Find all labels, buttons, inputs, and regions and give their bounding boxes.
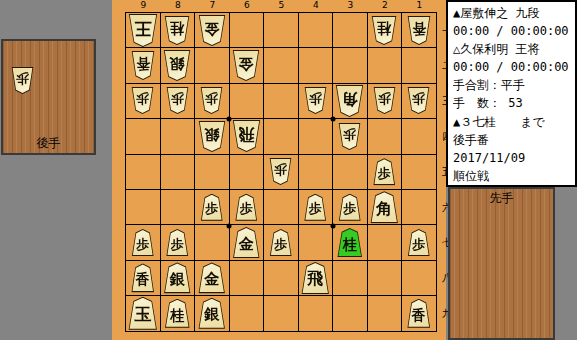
square-9-5[interactable] (126, 155, 160, 189)
square-4-9[interactable] (299, 296, 333, 330)
square-1-2[interactable] (402, 48, 436, 82)
file-label-8: 8 (161, 0, 196, 11)
square-3-8[interactable] (333, 261, 367, 295)
square-1-9[interactable]: 香 (402, 296, 436, 330)
square-3-7[interactable]: 桂 (333, 225, 367, 259)
sente-金-piece[interactable]: 金 (198, 262, 226, 293)
gote-桂-piece[interactable]: 桂 (371, 16, 397, 45)
gote-金-piece[interactable]: 金 (198, 15, 226, 46)
square-7-6[interactable]: 歩 (195, 190, 229, 224)
sente-clock: 00:00 / 00:00:00 (453, 22, 575, 40)
piece-kanji: 歩 (171, 93, 184, 106)
square-2-1[interactable]: 桂 (368, 13, 402, 47)
piece-kanji: 歩 (412, 238, 425, 251)
square-3-4[interactable]: 歩 (333, 119, 367, 153)
gote-歩-piece[interactable]: 歩 (166, 87, 189, 114)
square-7-8[interactable]: 金 (195, 261, 229, 295)
sente-captured-tray: 先手 (448, 187, 555, 340)
square-7-3[interactable]: 歩 (195, 84, 229, 118)
square-9-2[interactable]: 香 (126, 48, 160, 82)
square-8-1[interactable]: 桂 (161, 13, 195, 47)
gote-歩-piece[interactable]: 歩 (373, 87, 396, 114)
square-9-6[interactable] (126, 190, 160, 224)
sente-玉-piece[interactable]: 玉 (128, 297, 158, 330)
date-line: 2017/11/09 (453, 149, 575, 167)
sente-角-piece[interactable]: 角 (370, 191, 399, 223)
file-label-6: 6 (230, 0, 265, 11)
piece-kanji: 桂 (343, 237, 357, 251)
square-5-6[interactable] (264, 190, 298, 224)
sente-歩-piece[interactable]: 歩 (304, 194, 327, 221)
square-9-3[interactable]: 歩 (126, 84, 160, 118)
piece-kanji: 銀 (204, 127, 219, 142)
sente-飛-piece[interactable]: 飛 (301, 262, 330, 294)
square-5-8[interactable] (264, 261, 298, 295)
piece-kanji: 歩 (136, 93, 149, 106)
square-6-3[interactable] (230, 84, 264, 118)
square-1-4[interactable] (402, 119, 436, 153)
gote-clock: 00:00 / 00:00:00 (453, 58, 575, 76)
square-2-3[interactable]: 歩 (368, 84, 402, 118)
square-8-9[interactable]: 桂 (161, 296, 195, 330)
square-2-5[interactable]: 歩 (368, 155, 402, 189)
square-2-7[interactable] (368, 225, 402, 259)
square-8-4[interactable] (161, 119, 195, 153)
piece-kanji: 金 (239, 237, 254, 252)
board-grid: 王桂金桂香香銀金歩歩歩歩角歩歩銀飛歩歩歩歩歩歩歩角歩歩金歩桂歩香銀金飛玉桂銀香 (125, 12, 437, 332)
move-count-line: 手 数： 53 (453, 94, 575, 112)
piece-kanji: 歩 (16, 73, 29, 86)
square-9-4[interactable] (126, 119, 160, 153)
square-3-3[interactable]: 角 (333, 84, 367, 118)
shogi-board-panel: 987654321 王桂金桂香香銀金歩歩歩歩角歩歩銀飛歩歩歩歩歩歩歩角歩歩金歩桂… (112, 0, 446, 340)
square-7-4[interactable]: 銀 (195, 119, 229, 153)
file-label-2: 2 (368, 0, 403, 11)
sente-香-piece[interactable]: 香 (131, 263, 155, 292)
sente-桂-piece[interactable]: 桂 (337, 228, 363, 257)
gote-歩-piece[interactable]: 歩 (304, 87, 327, 114)
square-5-7[interactable]: 歩 (264, 225, 298, 259)
square-6-6[interactable]: 歩 (230, 190, 264, 224)
square-4-3[interactable]: 歩 (299, 84, 333, 118)
sente-歩-piece[interactable]: 歩 (338, 194, 361, 221)
gote-歩-piece[interactable]: 歩 (269, 158, 292, 185)
hoshi-dot (331, 224, 336, 229)
piece-kanji: 玉 (134, 306, 151, 323)
piece-kanji: 銀 (204, 307, 219, 322)
square-4-2[interactable] (299, 48, 333, 82)
gote-桂-piece[interactable]: 桂 (164, 16, 190, 45)
square-9-7[interactable]: 歩 (126, 225, 160, 259)
square-3-5[interactable] (333, 155, 367, 189)
gote-player-name: △久保利明 王将 (453, 40, 575, 58)
square-8-6[interactable] (161, 190, 195, 224)
gote-香-piece[interactable]: 香 (131, 51, 155, 80)
square-7-2[interactable] (195, 48, 229, 82)
square-4-7[interactable] (299, 225, 333, 259)
square-1-1[interactable]: 香 (402, 13, 436, 47)
gote-銀-piece[interactable]: 銀 (163, 50, 191, 81)
square-1-6[interactable] (402, 190, 436, 224)
piece-kanji: 金 (204, 21, 219, 36)
square-8-3[interactable]: 歩 (161, 84, 195, 118)
piece-kanji: 香 (136, 272, 150, 286)
sente-歩-piece[interactable]: 歩 (131, 229, 154, 256)
piece-kanji: 銀 (170, 272, 185, 287)
piece-kanji: 歩 (205, 202, 218, 215)
file-label-9: 9 (126, 0, 161, 11)
square-5-3[interactable] (264, 84, 298, 118)
piece-kanji: 香 (412, 22, 426, 36)
square-7-9[interactable]: 銀 (195, 296, 229, 330)
piece-kanji: 歩 (240, 202, 253, 215)
square-8-7[interactable]: 歩 (161, 225, 195, 259)
turn-line: 後手番 (453, 131, 575, 149)
square-9-9[interactable]: 玉 (126, 296, 160, 330)
gote-王-piece[interactable]: 王 (128, 14, 158, 47)
hoshi-dot (227, 224, 232, 229)
square-1-8[interactable] (402, 261, 436, 295)
piece-kanji: 飛 (238, 127, 254, 143)
piece-kanji: 歩 (171, 238, 184, 251)
square-3-6[interactable]: 歩 (333, 190, 367, 224)
square-4-4[interactable] (299, 119, 333, 153)
sente-銀-piece[interactable]: 銀 (163, 262, 191, 293)
sente-歩-piece[interactable]: 歩 (407, 229, 430, 256)
piece-kanji: 歩 (343, 202, 356, 215)
square-5-1[interactable] (264, 13, 298, 47)
sente-桂-piece[interactable]: 桂 (164, 299, 190, 328)
square-8-2[interactable]: 銀 (161, 48, 195, 82)
shogi-app-window: 987654321 王桂金桂香香銀金歩歩歩歩角歩歩銀飛歩歩歩歩歩歩歩角歩歩金歩桂… (0, 0, 577, 340)
piece-kanji: 桂 (170, 308, 184, 322)
square-9-8[interactable]: 香 (126, 261, 160, 295)
square-4-5[interactable] (299, 155, 333, 189)
gote-tray-label: 後手 (3, 135, 94, 152)
piece-kanji: 王 (134, 20, 151, 37)
piece-kanji: 歩 (274, 164, 287, 177)
sente-歩-piece[interactable]: 歩 (166, 229, 189, 256)
square-9-1[interactable]: 王 (126, 13, 160, 47)
hoshi-dot (227, 117, 232, 122)
gote-金-piece[interactable]: 金 (232, 50, 260, 81)
gote-歩-piece[interactable]: 歩 (11, 67, 34, 94)
square-6-1[interactable] (230, 13, 264, 47)
gote-歩-piece[interactable]: 歩 (131, 87, 154, 114)
piece-kanji: 歩 (274, 238, 287, 251)
sente-tray-label: 先手 (450, 190, 553, 207)
square-4-6[interactable]: 歩 (299, 190, 333, 224)
piece-kanji: 歩 (343, 128, 356, 141)
sente-銀-piece[interactable]: 銀 (198, 298, 226, 329)
square-1-5[interactable] (402, 155, 436, 189)
square-4-1[interactable] (299, 13, 333, 47)
piece-kanji: 歩 (309, 93, 322, 106)
sente-歩-piece[interactable]: 歩 (373, 158, 396, 185)
piece-kanji: 歩 (378, 93, 391, 106)
piece-kanji: 歩 (309, 202, 322, 215)
gote-歩-piece[interactable]: 歩 (407, 87, 430, 114)
gote-歩-piece[interactable]: 歩 (338, 123, 361, 150)
sente-金-piece[interactable]: 金 (232, 227, 260, 258)
sente-歩-piece[interactable]: 歩 (200, 194, 223, 221)
gote-香-piece[interactable]: 香 (407, 16, 431, 45)
square-8-5[interactable] (161, 155, 195, 189)
sente-歩-piece[interactable]: 歩 (235, 194, 258, 221)
piece-kanji: 飛 (307, 271, 323, 287)
file-labels: 987654321 (126, 0, 438, 11)
piece-kanji: 歩 (205, 93, 218, 106)
gote-銀-piece[interactable]: 銀 (198, 121, 226, 152)
square-2-4[interactable] (368, 119, 402, 153)
square-7-5[interactable] (195, 155, 229, 189)
square-6-5[interactable] (230, 155, 264, 189)
piece-kanji: 角 (342, 91, 358, 107)
square-5-2[interactable] (264, 48, 298, 82)
gote-歩-piece[interactable]: 歩 (200, 87, 223, 114)
gote-飛-piece[interactable]: 飛 (232, 120, 261, 152)
file-label-1: 1 (402, 0, 437, 11)
game-info-panel: ▲屋敷伸之 九段 00:00 / 00:00:00 △久保利明 王将 00:00… (446, 0, 577, 187)
event-line: 順位戦 (453, 167, 575, 185)
square-1-3[interactable]: 歩 (402, 84, 436, 118)
sente-歩-piece[interactable]: 歩 (269, 229, 292, 256)
piece-kanji: 金 (239, 57, 254, 72)
square-3-9[interactable] (333, 296, 367, 330)
square-6-4[interactable]: 飛 (230, 119, 264, 153)
last-move-line: ▲３七桂 まで (453, 113, 575, 131)
piece-kanji: 香 (412, 308, 426, 322)
file-label-4: 4 (299, 0, 334, 11)
file-label-3: 3 (333, 0, 368, 11)
square-6-2[interactable]: 金 (230, 48, 264, 82)
square-5-4[interactable] (264, 119, 298, 153)
file-label-7: 7 (195, 0, 230, 11)
gote-captured-tray: 歩 後手 (1, 39, 96, 155)
square-1-7[interactable]: 歩 (402, 225, 436, 259)
handicap-line: 手合割：平手 (453, 76, 575, 94)
piece-kanji: 金 (204, 272, 219, 287)
sente-player-name: ▲屋敷伸之 九段 (453, 4, 575, 22)
square-6-9[interactable] (230, 296, 264, 330)
square-2-8[interactable] (368, 261, 402, 295)
square-6-8[interactable] (230, 261, 264, 295)
piece-kanji: 歩 (412, 93, 425, 106)
square-3-1[interactable] (333, 13, 367, 47)
square-2-6[interactable]: 角 (368, 190, 402, 224)
piece-kanji: 歩 (378, 167, 391, 180)
square-5-9[interactable] (264, 296, 298, 330)
square-4-8[interactable]: 飛 (299, 261, 333, 295)
sente-香-piece[interactable]: 香 (407, 299, 431, 328)
square-2-9[interactable] (368, 296, 402, 330)
square-2-2[interactable] (368, 48, 402, 82)
gote-角-piece[interactable]: 角 (335, 85, 364, 117)
piece-kanji: 桂 (170, 22, 184, 36)
piece-kanji: 桂 (377, 22, 391, 36)
file-label-5: 5 (264, 0, 299, 11)
piece-kanji: 銀 (170, 57, 185, 72)
square-8-8[interactable]: 銀 (161, 261, 195, 295)
square-3-2[interactable] (333, 48, 367, 82)
hoshi-dot (331, 117, 336, 122)
piece-kanji: 歩 (136, 238, 149, 251)
piece-kanji: 香 (136, 57, 150, 71)
square-7-7[interactable] (195, 225, 229, 259)
square-7-1[interactable]: 金 (195, 13, 229, 47)
gote-hand-pieces: 歩 (11, 67, 34, 94)
square-5-5[interactable]: 歩 (264, 155, 298, 189)
square-6-7[interactable]: 金 (230, 225, 264, 259)
piece-kanji: 角 (376, 201, 392, 217)
